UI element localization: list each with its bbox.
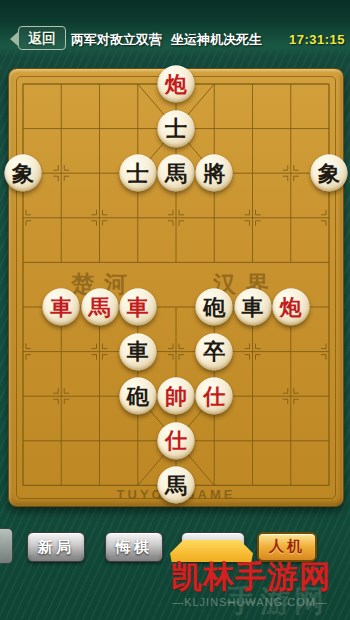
- piece-black-r5c5[interactable]: 砲: [196, 289, 233, 326]
- back-arrow-icon: [10, 31, 19, 47]
- piece-black-r6c3[interactable]: 車: [119, 333, 156, 370]
- back-button-label: 返回: [28, 30, 56, 46]
- game-screen: 返回 两军对敌立双营 坐运神机决死生 17:31:15 楚河 汉界 TUYOO …: [0, 0, 350, 620]
- piece-black-r2c4[interactable]: 馬: [158, 155, 195, 192]
- title-left: 两军对敌立双营: [71, 31, 162, 49]
- piece-red-r7c5[interactable]: 仕: [196, 378, 233, 415]
- page-title: 两军对敌立双营 坐运神机决死生: [71, 31, 281, 49]
- piece-red-r5c2[interactable]: 馬: [81, 289, 118, 326]
- piece-red-r8c4[interactable]: 仕: [158, 422, 195, 459]
- piece-black-r7c3[interactable]: 砲: [119, 378, 156, 415]
- game-timer: 17:31:15: [289, 32, 345, 47]
- top-bar: 返回 两军对敌立双营 坐运神机决死生 17:31:15: [0, 0, 350, 58]
- partial-edge-button[interactable]: [0, 528, 13, 564]
- piece-red-r5c1[interactable]: 車: [43, 289, 80, 326]
- piece-black-r5c6[interactable]: 車: [234, 289, 271, 326]
- watermark-main: 凯林手游网: [161, 556, 341, 598]
- piece-red-r7c4[interactable]: 帥: [158, 378, 195, 415]
- piece-red-r5c7[interactable]: 炮: [272, 289, 309, 326]
- piece-red-r5c3[interactable]: 車: [119, 289, 156, 326]
- piece-black-r1c4[interactable]: 士: [158, 110, 195, 147]
- new-game-button[interactable]: 新局: [27, 532, 85, 562]
- xiangqi-board[interactable]: 楚河 汉界 TUYOO GAME 炮士象士馬將象車馬車砲車炮車卒砲帥仕仕馬: [8, 68, 344, 507]
- piece-black-r9c4[interactable]: 馬: [158, 467, 195, 504]
- watermark-sub: —KLJINSHUWANG.COM—: [150, 596, 350, 608]
- piece-red-r0c4[interactable]: 炮: [158, 66, 195, 103]
- undo-button[interactable]: 悔棋: [105, 532, 163, 562]
- back-button[interactable]: 返回: [18, 26, 66, 50]
- piece-black-r2c3[interactable]: 士: [119, 155, 156, 192]
- piece-black-r2c5[interactable]: 將: [196, 155, 233, 192]
- piece-black-r2c0[interactable]: 象: [5, 155, 42, 192]
- piece-black-r2c8[interactable]: 象: [311, 155, 348, 192]
- title-right: 坐运神机决死生: [171, 31, 262, 49]
- piece-black-r6c5[interactable]: 卒: [196, 333, 233, 370]
